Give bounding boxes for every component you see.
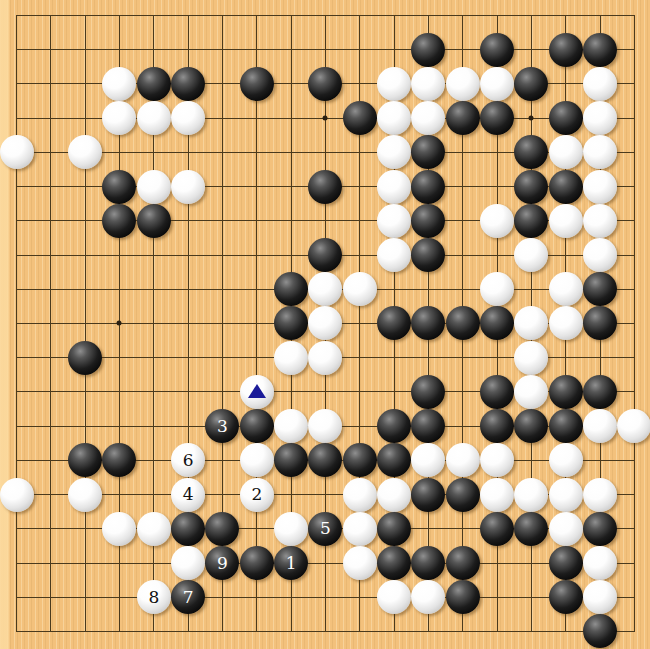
white-stone [514,238,548,272]
black-stone [583,375,617,409]
white-stone [308,341,342,375]
white-stone [411,67,445,101]
white-stone [377,204,411,238]
black-stone [377,512,411,546]
black-stone [583,272,617,306]
white-stone [137,512,171,546]
move-number-label: 3 [217,418,228,435]
white-stone [377,238,411,272]
white-stone [274,409,308,443]
move-number-label: 7 [183,589,194,606]
black-stone [411,238,445,272]
white-stone [549,478,583,512]
black-stone: 5 [308,512,342,546]
black-stone [446,306,480,340]
black-stone [240,546,274,580]
black-stone [411,170,445,204]
star-point [529,116,534,121]
black-stone [583,614,617,648]
black-stone [274,306,308,340]
white-stone [377,170,411,204]
white-stone [514,341,548,375]
black-stone [480,306,514,340]
white-stone [549,135,583,169]
black-stone [549,546,583,580]
white-stone [137,101,171,135]
white-stone [308,272,342,306]
black-stone [514,409,548,443]
white-stone [240,443,274,477]
white-stone [514,478,548,512]
black-stone [343,443,377,477]
white-stone [583,135,617,169]
white-stone [583,478,617,512]
white-stone: 6 [171,443,205,477]
white-stone [480,67,514,101]
black-stone [377,443,411,477]
black-stone [411,33,445,67]
black-stone [480,512,514,546]
black-stone [480,409,514,443]
black-stone [583,306,617,340]
black-stone [514,67,548,101]
white-stone [68,135,102,169]
triangle-marker-icon [248,384,266,398]
black-stone [411,306,445,340]
black-stone [446,101,480,135]
white-stone [171,101,205,135]
white-stone [343,272,377,306]
white-stone [583,170,617,204]
white-stone [377,580,411,614]
move-number-label: 8 [148,589,159,606]
white-stone [549,272,583,306]
grid-line-vertical [634,15,635,632]
white-stone [617,409,650,443]
white-stone [240,375,274,409]
black-stone [446,478,480,512]
star-point [117,321,122,326]
black-stone [240,67,274,101]
white-stone [171,546,205,580]
white-stone [583,409,617,443]
black-stone [137,204,171,238]
white-stone [549,512,583,546]
white-stone [102,67,136,101]
black-stone [411,409,445,443]
black-stone [274,443,308,477]
white-stone [583,101,617,135]
white-stone [343,546,377,580]
white-stone [68,478,102,512]
black-stone [308,238,342,272]
white-stone [171,170,205,204]
white-stone [274,512,308,546]
black-stone [549,375,583,409]
white-stone [411,580,445,614]
white-stone [583,67,617,101]
black-stone [411,375,445,409]
white-stone [137,170,171,204]
white-stone [343,478,377,512]
black-stone [480,33,514,67]
white-stone [0,478,34,512]
white-stone [377,478,411,512]
move-number-label: 2 [251,486,262,503]
white-stone [377,67,411,101]
black-stone [377,306,411,340]
black-stone [308,170,342,204]
white-stone [102,101,136,135]
black-stone: 9 [205,546,239,580]
white-stone [480,478,514,512]
black-stone [171,512,205,546]
black-stone [102,170,136,204]
black-stone [446,580,480,614]
move-number-label: 9 [217,555,228,572]
black-stone [377,409,411,443]
black-stone [68,443,102,477]
white-stone [583,546,617,580]
black-stone [549,409,583,443]
black-stone [411,204,445,238]
white-stone [274,341,308,375]
black-stone [377,546,411,580]
black-stone [514,204,548,238]
black-stone [514,512,548,546]
black-stone [514,170,548,204]
white-stone [377,101,411,135]
black-stone: 1 [274,546,308,580]
star-point [323,116,328,121]
black-stone [549,101,583,135]
grid-line-horizontal [16,597,635,598]
white-stone [549,204,583,238]
black-stone: 7 [171,580,205,614]
black-stone [583,512,617,546]
black-stone [480,101,514,135]
black-stone [583,33,617,67]
black-stone [308,443,342,477]
black-stone [68,341,102,375]
white-stone: 4 [171,478,205,512]
white-stone [446,443,480,477]
white-stone [583,238,617,272]
white-stone: 2 [240,478,274,512]
white-stone [411,101,445,135]
grid-line-horizontal [16,563,635,564]
black-stone [171,67,205,101]
black-stone: 3 [205,409,239,443]
black-stone [205,512,239,546]
white-stone [514,375,548,409]
black-stone [102,204,136,238]
white-stone [583,580,617,614]
white-stone [480,272,514,306]
move-number-label: 4 [183,486,194,503]
white-stone [411,443,445,477]
black-stone [102,443,136,477]
white-stone [102,512,136,546]
black-stone [411,478,445,512]
white-stone [446,67,480,101]
black-stone [343,101,377,135]
black-stone [480,375,514,409]
black-stone [411,135,445,169]
black-stone [549,580,583,614]
white-stone [0,135,34,169]
white-stone [549,443,583,477]
white-stone [480,204,514,238]
white-stone [583,204,617,238]
white-stone [549,306,583,340]
white-stone [514,306,548,340]
white-stone: 8 [137,580,171,614]
white-stone [377,135,411,169]
move-number-label: 6 [183,452,194,469]
black-stone [411,546,445,580]
black-stone [308,67,342,101]
black-stone [549,170,583,204]
black-stone [137,67,171,101]
black-stone [514,135,548,169]
white-stone [343,512,377,546]
white-stone [480,443,514,477]
black-stone [240,409,274,443]
move-number-label: 1 [286,555,297,572]
black-stone [446,546,480,580]
move-number-label: 5 [320,520,331,537]
white-stone [308,306,342,340]
white-stone [308,409,342,443]
grid-line-horizontal [16,631,635,632]
go-board: 364259187 [0,0,650,649]
black-stone [549,33,583,67]
black-stone [274,272,308,306]
